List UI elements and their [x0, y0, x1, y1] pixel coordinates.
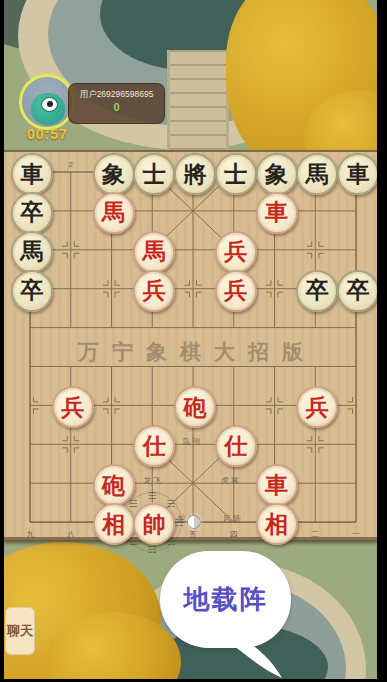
move-timer: 00:57 [27, 126, 68, 142]
formation-label: 鸟翔 [182, 436, 202, 447]
chat-button-label: 聊天 [7, 623, 33, 640]
piece-black-soldier[interactable]: 卒 [11, 192, 53, 234]
piece-black-horse[interactable]: 馬 [296, 153, 338, 195]
trigram-icon: ☵ [175, 517, 184, 528]
taiji-icon [187, 515, 201, 529]
xiangqi-board[interactable]: 万宁象棋大招版 123456789 九八七六五四三二一 鸟翔龙飞虎翼蛇蟠风扬 ☰… [4, 150, 377, 540]
speech-bubble-text: 地载阵 [184, 582, 268, 617]
piece-black-elephant[interactable]: 象 [93, 153, 135, 195]
formation-label: 龙飞 [143, 475, 163, 486]
avatar-monster-icon [31, 93, 65, 125]
game-content: 万宁象棋大招版 123456789 九八七六五四三二一 鸟翔龙飞虎翼蛇蟠风扬 ☰… [4, 0, 377, 679]
chat-button[interactable]: 聊天 [5, 607, 35, 655]
player-name: 用户269296598695 [69, 89, 164, 101]
player-score: 0 [69, 101, 164, 113]
trigram-icon: ☴ [167, 498, 176, 509]
player-avatar[interactable] [19, 74, 75, 130]
stone-path [167, 50, 229, 150]
formation-label: 风扬 [223, 513, 243, 524]
piece-black-chariot[interactable]: 車 [337, 153, 377, 195]
piece-black-elephant[interactable]: 象 [256, 153, 298, 195]
game-screen: 万宁象棋大招版 123456789 九八七六五四三二一 鸟翔龙飞虎翼蛇蟠风扬 ☰… [0, 0, 387, 682]
speech-bubble-tail [232, 636, 292, 679]
speech-bubble: 地载阵 [160, 551, 291, 648]
piece-black-soldier[interactable]: 卒 [11, 270, 53, 312]
piece-red-horse[interactable]: 馬 [133, 231, 175, 273]
piece-red-soldier[interactable]: 兵 [52, 386, 94, 428]
file-label-bottom: 八 [64, 529, 78, 540]
river-banner-text: 万宁象棋大招版 [4, 338, 377, 366]
piece-red-chariot[interactable]: 車 [256, 464, 298, 506]
trigram-icon: ☷ [148, 544, 157, 555]
file-label-bottom: 九 [23, 529, 37, 540]
piece-black-soldier[interactable]: 卒 [337, 270, 377, 312]
piece-black-advisor[interactable]: 士 [215, 153, 257, 195]
piece-red-soldier[interactable]: 兵 [215, 231, 257, 273]
piece-black-general[interactable]: 將 [174, 153, 216, 195]
piece-black-horse[interactable]: 馬 [11, 231, 53, 273]
piece-red-advisor[interactable]: 仕 [215, 425, 257, 467]
monster-pupil [47, 101, 53, 107]
formation-label: 虎翼 [221, 475, 241, 486]
piece-red-soldier[interactable]: 兵 [215, 270, 257, 312]
trigram-icon: ☱ [129, 498, 138, 509]
piece-black-advisor[interactable]: 士 [133, 153, 175, 195]
piece-black-chariot[interactable]: 車 [11, 153, 53, 195]
piece-black-soldier[interactable]: 卒 [296, 270, 338, 312]
monster-eye [41, 97, 58, 112]
file-label-bottom: 五 [186, 529, 200, 540]
piece-red-cannon[interactable]: 砲 [93, 464, 135, 506]
piece-red-elephant[interactable]: 相 [256, 503, 298, 545]
file-label-bottom: 四 [227, 529, 241, 540]
file-label-bottom: 二 [308, 529, 322, 540]
piece-red-horse[interactable]: 馬 [93, 192, 135, 234]
piece-red-chariot[interactable]: 車 [256, 192, 298, 234]
file-label-top: 2 [64, 160, 78, 169]
piece-red-elephant[interactable]: 相 [93, 503, 135, 545]
file-label-bottom: 一 [349, 529, 363, 540]
player-info-panel: 用户269296598695 0 [68, 83, 165, 124]
trigram-icon: ☰ [148, 490, 157, 501]
piece-red-soldier[interactable]: 兵 [133, 270, 175, 312]
